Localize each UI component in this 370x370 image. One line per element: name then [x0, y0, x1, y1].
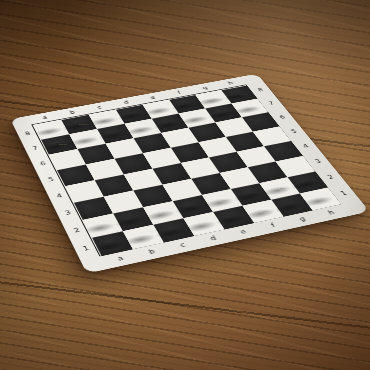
file-label-bottom-d: d [209, 236, 217, 242]
chess-mat: aabbccddeeffgghh8877665544332211♜♞♝♛♚♝♞♜… [10, 74, 369, 274]
file-label-bottom-h: h [327, 210, 335, 216]
rank-label-right-4: 4 [302, 144, 310, 149]
rank-label-left-1: 1 [82, 246, 90, 252]
rank-label-right-6: 6 [279, 115, 286, 120]
rank-label-left-5: 5 [48, 177, 55, 182]
file-label-bottom-g: g [298, 216, 306, 222]
file-label-bottom-e: e [240, 229, 248, 235]
rank-label-left-6: 6 [40, 162, 47, 167]
white-pawn-glyph: ♟ [28, 124, 91, 146]
file-label-bottom-b: b [148, 249, 156, 255]
product-photo: aabbccddeeffgghh8877665544332211♜♞♝♛♚♝♞♜… [0, 0, 370, 370]
black-rook-glyph: ♜ [78, 217, 148, 246]
rank-label-right-5: 5 [290, 129, 298, 134]
file-label-bottom-c: c [179, 243, 186, 249]
file-label-bottom-a: a [117, 256, 125, 262]
file-label-bottom-f: f [270, 223, 276, 228]
rank-label-left-7: 7 [32, 146, 39, 151]
rank-label-left-4: 4 [56, 194, 63, 199]
scene: aabbccddeeffgghh8877665544332211♜♞♝♛♚♝♞♜… [0, 0, 370, 370]
